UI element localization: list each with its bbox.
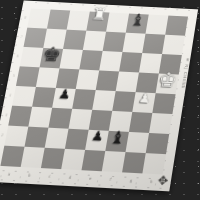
square-h8[interactable] — [165, 16, 188, 36]
square-h2[interactable] — [146, 133, 169, 154]
board-photo: ♜♝♚♚♟♟♟♝ abcdefgh 87654321 ® RJ CHESS ✥ — [0, 0, 200, 200]
square-h4[interactable] — [152, 93, 175, 114]
file-label-g: g — [124, 178, 137, 185]
white-rook[interactable]: ♜ — [88, 4, 111, 24]
file-label-e: e — [84, 176, 97, 183]
board-brand-text: ® RJ CHESS — [181, 57, 191, 88]
board-grid — [0, 9, 188, 175]
rank-label-6: 6 — [14, 51, 20, 62]
file-label-b: b — [23, 172, 36, 179]
rank-label-3: 3 — [3, 110, 10, 121]
square-h1[interactable] — [142, 153, 166, 174]
file-label-c: c — [43, 173, 56, 180]
square-h7[interactable] — [162, 35, 185, 55]
black-bishop[interactable]: ♝ — [126, 10, 149, 30]
rank-label-7: 7 — [18, 32, 24, 43]
rank-label-2: 2 — [0, 130, 6, 141]
file-label-a: a — [2, 171, 15, 178]
chess-board-sheet: ♜♝♚♚♟♟♟♝ abcdefgh 87654321 ® RJ CHESS ✥ — [0, 0, 198, 191]
file-label-f: f — [104, 177, 117, 184]
white-king[interactable]: ♚ — [156, 70, 179, 91]
rank-label-5: 5 — [11, 70, 17, 81]
file-label-d: d — [63, 174, 76, 181]
black-king[interactable]: ♚ — [40, 44, 63, 64]
black-pawn[interactable]: ♟ — [53, 84, 77, 105]
board-logo-emblem: ✥ — [154, 173, 171, 189]
white-pawn[interactable]: ♟ — [133, 88, 156, 109]
black-bishop[interactable]: ♝ — [106, 127, 130, 148]
rank-label-4: 4 — [7, 90, 14, 101]
square-h3[interactable] — [149, 113, 172, 134]
rank-label-8: 8 — [22, 12, 28, 23]
rank-label-1: 1 — [0, 150, 2, 161]
